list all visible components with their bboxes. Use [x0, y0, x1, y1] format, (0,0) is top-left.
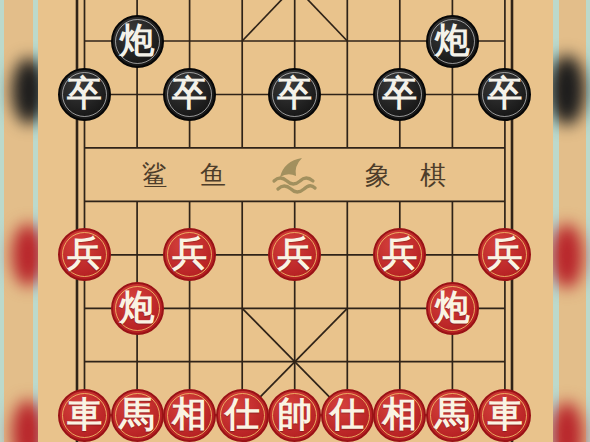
xiangqi-app-frame: 鲨鱼 象棋 炮炮卒卒卒卒卒兵兵兵兵兵炮炮車馬相仕帥仕相馬車: [0, 0, 590, 442]
piece-black-cannon[interactable]: 炮: [426, 15, 479, 68]
piece-label: 兵: [487, 236, 522, 271]
piece-black-soldier[interactable]: 卒: [478, 68, 531, 121]
piece-red-advisor[interactable]: 仕: [321, 389, 374, 442]
piece-red-general[interactable]: 帥: [268, 389, 321, 442]
piece-label: 相: [382, 397, 417, 432]
piece-red-elephant[interactable]: 相: [373, 389, 426, 442]
piece-label: 卒: [487, 76, 522, 111]
piece-red-horse[interactable]: 馬: [426, 389, 479, 442]
piece-red-cannon[interactable]: 炮: [111, 282, 164, 335]
piece-label: 兵: [67, 236, 102, 271]
river-watermark-right: 象棋: [365, 161, 475, 191]
piece-label: 馬: [120, 397, 155, 432]
piece-label: 仕: [330, 397, 365, 432]
piece-red-chariot[interactable]: 車: [58, 389, 111, 442]
piece-label: 兵: [382, 236, 417, 271]
piece-label: 炮: [120, 290, 155, 325]
river-watermark-left: 鲨鱼: [142, 161, 258, 191]
piece-label: 兵: [172, 236, 207, 271]
piece-label: 馬: [435, 397, 470, 432]
piece-black-soldier[interactable]: 卒: [163, 68, 216, 121]
piece-red-advisor[interactable]: 仕: [216, 389, 269, 442]
piece-label: 卒: [277, 76, 312, 111]
piece-black-soldier[interactable]: 卒: [268, 68, 321, 121]
piece-label: 仕: [225, 397, 260, 432]
shark-fin-waves-icon: [266, 153, 324, 197]
piece-red-soldier[interactable]: 兵: [58, 228, 111, 281]
piece-label: 帥: [277, 397, 312, 432]
piece-label: 卒: [382, 76, 417, 111]
piece-label: 卒: [172, 76, 207, 111]
piece-label: 車: [67, 397, 102, 432]
piece-label: 卒: [67, 76, 102, 111]
xiangqi-board[interactable]: 鲨鱼 象棋 炮炮卒卒卒卒卒兵兵兵兵兵炮炮車馬相仕帥仕相馬車: [38, 0, 553, 442]
piece-black-soldier[interactable]: 卒: [373, 68, 426, 121]
piece-label: 炮: [435, 290, 470, 325]
piece-label: 車: [487, 397, 522, 432]
piece-red-elephant[interactable]: 相: [163, 389, 216, 442]
piece-red-chariot[interactable]: 車: [478, 389, 531, 442]
piece-label: 炮: [435, 23, 470, 58]
piece-label: 相: [172, 397, 207, 432]
piece-label: 兵: [277, 236, 312, 271]
board-grid: [0, 0, 590, 442]
piece-label: 炮: [120, 23, 155, 58]
piece-black-cannon[interactable]: 炮: [111, 15, 164, 68]
piece-black-soldier[interactable]: 卒: [58, 68, 111, 121]
piece-red-cannon[interactable]: 炮: [426, 282, 479, 335]
piece-red-horse[interactable]: 馬: [111, 389, 164, 442]
